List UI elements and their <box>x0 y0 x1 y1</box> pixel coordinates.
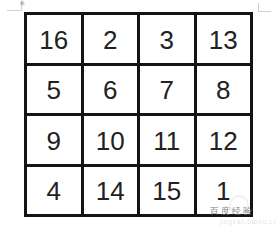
magic-square-board: 16 2 3 13 5 6 7 8 9 10 11 12 4 14 15 1 <box>24 12 253 217</box>
watermark-site-url: jingyan.baidu.com <box>220 218 276 226</box>
cell-r1c0: 5 <box>27 66 81 114</box>
cell-r3c1: 14 <box>84 167 138 215</box>
cell-r0c1: 2 <box>84 15 138 63</box>
cell-r0c3: 13 <box>197 15 251 63</box>
cell-r1c1: 6 <box>84 66 138 114</box>
cell-r2c2: 11 <box>140 116 194 164</box>
cell-r3c2: 15 <box>140 167 194 215</box>
cell-r0c0: 16 <box>27 15 81 63</box>
cell-r2c3: 12 <box>197 116 251 164</box>
cell-r1c2: 7 <box>140 66 194 114</box>
cell-r1c3: 8 <box>197 66 251 114</box>
document-page: ✳ 16 2 3 13 5 6 7 8 9 10 11 12 4 14 15 1… <box>0 0 276 237</box>
cell-r2c0: 9 <box>27 116 81 164</box>
watermark-site-name: 百度经验 <box>210 206 254 217</box>
page-corner-mark-top-right <box>258 3 271 12</box>
cell-r3c0: 4 <box>27 167 81 215</box>
anchor-asterisk-icon: ✳ <box>19 0 26 8</box>
cell-r2c1: 10 <box>84 116 138 164</box>
cell-r0c2: 3 <box>140 15 194 63</box>
